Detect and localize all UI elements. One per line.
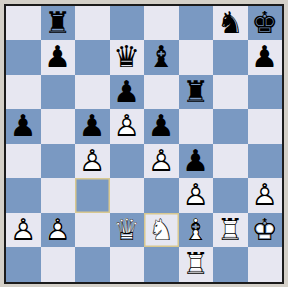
square-a4[interactable] (6, 144, 41, 179)
square-e5[interactable]: ♟ (144, 109, 179, 144)
square-h1[interactable] (248, 247, 283, 282)
white-knight-outline: ♘ (144, 213, 179, 248)
white-pawn: ♟ (144, 144, 179, 179)
black-pawn: ♟ (179, 144, 214, 179)
square-b1[interactable] (41, 247, 76, 282)
page: ♜♞♚♟♛♝♟♟♜♟♟♟♙♟♟♙♟♙♟♟♙♟♙♟♙♟♙♛♕♞♘♝♗♜♖♚♔♜♖ (0, 0, 288, 287)
square-b5[interactable] (41, 109, 76, 144)
square-g3[interactable] (213, 178, 248, 213)
white-bishop: ♝ (179, 213, 214, 248)
square-a5[interactable]: ♟ (6, 109, 41, 144)
square-c3[interactable] (75, 178, 110, 213)
square-h2[interactable]: ♚♔ (248, 213, 283, 248)
board-frame: ♜♞♚♟♛♝♟♟♜♟♟♟♙♟♟♙♟♙♟♟♙♟♙♟♙♟♙♛♕♞♘♝♗♜♖♚♔♜♖ (4, 4, 284, 284)
square-a2[interactable]: ♟♙ (6, 213, 41, 248)
chess-board: ♜♞♚♟♛♝♟♟♜♟♟♟♙♟♟♙♟♙♟♟♙♟♙♟♙♟♙♛♕♞♘♝♗♜♖♚♔♜♖ (6, 6, 282, 282)
white-knight: ♞ (144, 213, 179, 248)
white-rook-outline: ♖ (213, 213, 248, 248)
white-pawn: ♟ (6, 213, 41, 248)
square-c4[interactable]: ♟♙ (75, 144, 110, 179)
square-a3[interactable] (6, 178, 41, 213)
white-pawn-outline: ♙ (41, 213, 76, 248)
white-queen-outline: ♕ (110, 213, 145, 248)
white-pawn: ♟ (179, 178, 214, 213)
square-d7[interactable]: ♛ (110, 40, 145, 75)
square-f2[interactable]: ♝♗ (179, 213, 214, 248)
white-pawn: ♟ (110, 109, 145, 144)
white-rook: ♜ (213, 213, 248, 248)
square-b2[interactable]: ♟♙ (41, 213, 76, 248)
black-pawn: ♟ (248, 40, 283, 75)
square-b8[interactable]: ♜ (41, 6, 76, 41)
white-pawn-outline: ♙ (110, 109, 145, 144)
square-b6[interactable] (41, 75, 76, 110)
square-c2[interactable] (75, 213, 110, 248)
white-pawn-outline: ♙ (75, 144, 110, 179)
white-pawn-outline: ♙ (6, 213, 41, 248)
square-c5[interactable]: ♟ (75, 109, 110, 144)
square-e2[interactable]: ♞♘ (144, 213, 179, 248)
square-g6[interactable] (213, 75, 248, 110)
square-g7[interactable] (213, 40, 248, 75)
square-h8[interactable]: ♚ (248, 6, 283, 41)
square-c8[interactable] (75, 6, 110, 41)
white-king: ♚ (248, 213, 283, 248)
white-pawn-outline: ♙ (248, 178, 283, 213)
square-e1[interactable] (144, 247, 179, 282)
square-a1[interactable] (6, 247, 41, 282)
square-d3[interactable] (110, 178, 145, 213)
square-f6[interactable]: ♜ (179, 75, 214, 110)
square-f8[interactable] (179, 6, 214, 41)
square-d2[interactable]: ♛♕ (110, 213, 145, 248)
square-h4[interactable] (248, 144, 283, 179)
square-c7[interactable] (75, 40, 110, 75)
square-h5[interactable] (248, 109, 283, 144)
white-pawn: ♟ (75, 144, 110, 179)
square-h3[interactable]: ♟♙ (248, 178, 283, 213)
square-f1[interactable]: ♜♖ (179, 247, 214, 282)
square-f5[interactable] (179, 109, 214, 144)
white-pawn-outline: ♙ (179, 178, 214, 213)
white-rook-outline: ♖ (179, 247, 214, 282)
white-pawn: ♟ (248, 178, 283, 213)
square-d4[interactable] (110, 144, 145, 179)
square-g2[interactable]: ♜♖ (213, 213, 248, 248)
white-rook: ♜ (179, 247, 214, 282)
square-b7[interactable]: ♟ (41, 40, 76, 75)
black-queen: ♛ (110, 40, 145, 75)
black-pawn: ♟ (110, 75, 145, 110)
black-pawn: ♟ (144, 109, 179, 144)
square-c6[interactable] (75, 75, 110, 110)
square-d1[interactable] (110, 247, 145, 282)
square-e7[interactable]: ♝ (144, 40, 179, 75)
square-a6[interactable] (6, 75, 41, 110)
black-pawn: ♟ (41, 40, 76, 75)
white-pawn-outline: ♙ (144, 144, 179, 179)
square-g4[interactable] (213, 144, 248, 179)
square-b4[interactable] (41, 144, 76, 179)
black-knight: ♞ (213, 6, 248, 41)
square-f3[interactable]: ♟♙ (179, 178, 214, 213)
square-e8[interactable] (144, 6, 179, 41)
square-g1[interactable] (213, 247, 248, 282)
black-rook: ♜ (179, 75, 214, 110)
square-e6[interactable] (144, 75, 179, 110)
square-g5[interactable] (213, 109, 248, 144)
square-e4[interactable]: ♟♙ (144, 144, 179, 179)
black-king: ♚ (248, 6, 283, 41)
white-bishop-outline: ♗ (179, 213, 214, 248)
white-king-outline: ♔ (248, 213, 283, 248)
square-h6[interactable] (248, 75, 283, 110)
square-e3[interactable] (144, 178, 179, 213)
square-g8[interactable]: ♞ (213, 6, 248, 41)
black-bishop: ♝ (144, 40, 179, 75)
black-pawn: ♟ (6, 109, 41, 144)
square-d8[interactable] (110, 6, 145, 41)
square-d5[interactable]: ♟♙ (110, 109, 145, 144)
square-b3[interactable] (41, 178, 76, 213)
white-queen: ♛ (110, 213, 145, 248)
square-f4[interactable]: ♟ (179, 144, 214, 179)
square-h7[interactable]: ♟ (248, 40, 283, 75)
square-f7[interactable] (179, 40, 214, 75)
black-rook: ♜ (41, 6, 76, 41)
square-a7[interactable] (6, 40, 41, 75)
black-pawn: ♟ (75, 109, 110, 144)
square-d6[interactable]: ♟ (110, 75, 145, 110)
square-c1[interactable] (75, 247, 110, 282)
white-pawn: ♟ (41, 213, 76, 248)
square-a8[interactable] (6, 6, 41, 41)
